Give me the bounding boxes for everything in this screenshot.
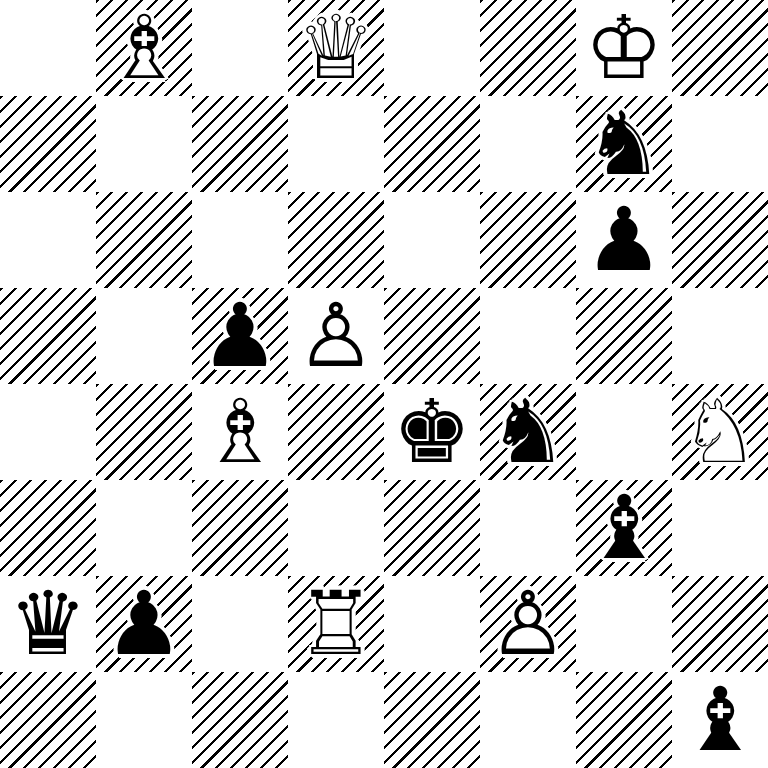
square-h2[interactable]: [672, 576, 768, 672]
white-bishop-glyph: ♗: [192, 384, 288, 480]
square-c5[interactable]: ♟♟: [192, 288, 288, 384]
square-e6[interactable]: [384, 192, 480, 288]
square-e1[interactable]: [384, 672, 480, 768]
square-h6[interactable]: [672, 192, 768, 288]
square-e7[interactable]: [384, 96, 480, 192]
square-g3[interactable]: ♝♝: [576, 480, 672, 576]
white-pawn-glyph: ♙: [480, 576, 576, 672]
square-b7[interactable]: [96, 96, 192, 192]
square-a7[interactable]: [0, 96, 96, 192]
square-e3[interactable]: [384, 480, 480, 576]
square-d3[interactable]: [288, 480, 384, 576]
black-bishop[interactable]: ♝♝: [576, 480, 672, 576]
square-d5[interactable]: ♟♙: [288, 288, 384, 384]
white-pawn-glyph: ♙: [288, 288, 384, 384]
square-a2[interactable]: ♛♛: [0, 576, 96, 672]
square-c7[interactable]: [192, 96, 288, 192]
white-pawn[interactable]: ♟♙: [480, 576, 576, 672]
square-a1[interactable]: [0, 672, 96, 768]
white-knight[interactable]: ♞♘: [672, 384, 768, 480]
square-f8[interactable]: [480, 0, 576, 96]
square-f4[interactable]: ♞♞: [480, 384, 576, 480]
square-e8[interactable]: [384, 0, 480, 96]
square-f6[interactable]: [480, 192, 576, 288]
square-d4[interactable]: [288, 384, 384, 480]
black-queen-glyph: ♛: [0, 576, 96, 672]
square-b5[interactable]: [96, 288, 192, 384]
white-king[interactable]: ♚♔: [576, 0, 672, 96]
square-c6[interactable]: [192, 192, 288, 288]
square-d1[interactable]: [288, 672, 384, 768]
square-f3[interactable]: [480, 480, 576, 576]
square-d8[interactable]: ♛♕: [288, 0, 384, 96]
black-pawn-glyph: ♟: [576, 192, 672, 288]
square-b1[interactable]: [96, 672, 192, 768]
white-queen[interactable]: ♛♕: [288, 0, 384, 96]
white-queen-glyph: ♕: [288, 0, 384, 96]
black-knight-glyph: ♞: [480, 384, 576, 480]
black-knight[interactable]: ♞♞: [480, 384, 576, 480]
square-c8[interactable]: [192, 0, 288, 96]
black-pawn-glyph: ♟: [192, 288, 288, 384]
white-knight-glyph: ♘: [672, 384, 768, 480]
black-pawn[interactable]: ♟♟: [192, 288, 288, 384]
square-b3[interactable]: [96, 480, 192, 576]
black-queen[interactable]: ♛♛: [0, 576, 96, 672]
square-e4[interactable]: ♚♚: [384, 384, 480, 480]
black-knight-glyph: ♞: [576, 96, 672, 192]
square-g6[interactable]: ♟♟: [576, 192, 672, 288]
square-c2[interactable]: [192, 576, 288, 672]
chess-board: ♝♗♛♕♚♔♞♞♟♟♟♟♟♙♝♗♚♚♞♞♞♘♝♝♛♛♟♟♜♖♟♙♝♝: [0, 0, 768, 768]
square-b4[interactable]: [96, 384, 192, 480]
black-pawn-glyph: ♟: [96, 576, 192, 672]
square-h7[interactable]: [672, 96, 768, 192]
square-g4[interactable]: [576, 384, 672, 480]
square-f7[interactable]: [480, 96, 576, 192]
square-b6[interactable]: [96, 192, 192, 288]
square-g5[interactable]: [576, 288, 672, 384]
square-h5[interactable]: [672, 288, 768, 384]
square-h8[interactable]: [672, 0, 768, 96]
white-rook[interactable]: ♜♖: [288, 576, 384, 672]
black-pawn[interactable]: ♟♟: [96, 576, 192, 672]
black-bishop-glyph: ♝: [576, 480, 672, 576]
black-king[interactable]: ♚♚: [384, 384, 480, 480]
square-h4[interactable]: ♞♘: [672, 384, 768, 480]
square-g1[interactable]: [576, 672, 672, 768]
square-a3[interactable]: [0, 480, 96, 576]
black-king-glyph: ♚: [384, 384, 480, 480]
square-d2[interactable]: ♜♖: [288, 576, 384, 672]
black-pawn[interactable]: ♟♟: [576, 192, 672, 288]
black-bishop-glyph: ♝: [672, 672, 768, 768]
white-bishop-glyph: ♗: [96, 0, 192, 96]
white-rook-glyph: ♖: [288, 576, 384, 672]
white-bishop[interactable]: ♝♗: [192, 384, 288, 480]
square-h1[interactable]: ♝♝: [672, 672, 768, 768]
square-f1[interactable]: [480, 672, 576, 768]
white-king-glyph: ♔: [576, 0, 672, 96]
square-a4[interactable]: [0, 384, 96, 480]
square-a6[interactable]: [0, 192, 96, 288]
square-c4[interactable]: ♝♗: [192, 384, 288, 480]
square-f2[interactable]: ♟♙: [480, 576, 576, 672]
square-b2[interactable]: ♟♟: [96, 576, 192, 672]
square-g2[interactable]: [576, 576, 672, 672]
square-e2[interactable]: [384, 576, 480, 672]
square-b8[interactable]: ♝♗: [96, 0, 192, 96]
square-h3[interactable]: [672, 480, 768, 576]
square-a5[interactable]: [0, 288, 96, 384]
square-e5[interactable]: [384, 288, 480, 384]
square-c1[interactable]: [192, 672, 288, 768]
square-g7[interactable]: ♞♞: [576, 96, 672, 192]
square-d7[interactable]: [288, 96, 384, 192]
square-d6[interactable]: [288, 192, 384, 288]
white-bishop[interactable]: ♝♗: [96, 0, 192, 96]
square-a8[interactable]: [0, 0, 96, 96]
white-pawn[interactable]: ♟♙: [288, 288, 384, 384]
black-knight[interactable]: ♞♞: [576, 96, 672, 192]
black-bishop[interactable]: ♝♝: [672, 672, 768, 768]
square-c3[interactable]: [192, 480, 288, 576]
square-f5[interactable]: [480, 288, 576, 384]
square-g8[interactable]: ♚♔: [576, 0, 672, 96]
